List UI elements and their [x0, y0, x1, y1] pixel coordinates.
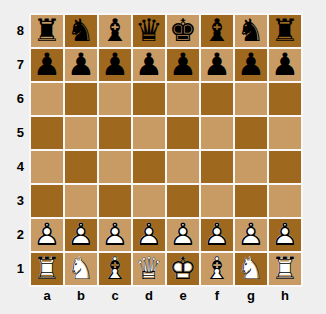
black-pawn[interactable]: ♟: [133, 49, 165, 81]
white-pawn[interactable]: ♟♙: [31, 219, 63, 251]
rank-label-3: 3: [0, 185, 24, 217]
white-queen[interactable]: ♛♕: [133, 253, 165, 285]
white-rook[interactable]: ♜♖: [31, 253, 63, 285]
white-knight[interactable]: ♞♘: [235, 253, 267, 285]
square-b1[interactable]: ♞♘: [65, 253, 97, 285]
square-c5[interactable]: [99, 117, 131, 149]
square-a1[interactable]: ♜♖: [31, 253, 63, 285]
square-h2[interactable]: ♟♙: [269, 219, 301, 251]
square-g4[interactable]: [235, 151, 267, 183]
square-c2[interactable]: ♟♙: [99, 219, 131, 251]
square-f4[interactable]: [201, 151, 233, 183]
black-pawn[interactable]: ♟: [65, 49, 97, 81]
square-d2[interactable]: ♟♙: [133, 219, 165, 251]
black-rook[interactable]: ♜: [31, 15, 63, 47]
file-labels: abcdefgh: [31, 288, 301, 303]
square-h3[interactable]: [269, 185, 301, 217]
white-pawn[interactable]: ♟♙: [167, 219, 199, 251]
black-knight[interactable]: ♞: [65, 15, 97, 47]
white-pawn[interactable]: ♟♙: [99, 219, 131, 251]
square-f6[interactable]: [201, 83, 233, 115]
square-f7[interactable]: ♟: [201, 49, 233, 81]
white-piece-outline-layer: ♙: [269, 219, 301, 251]
square-b4[interactable]: [65, 151, 97, 183]
file-label-h: h: [269, 288, 301, 303]
black-pawn[interactable]: ♟: [269, 49, 301, 81]
chess-board: ♜♞♝♛♚♝♞♜♟♟♟♟♟♟♟♟♟♙♟♙♟♙♟♙♟♙♟♙♟♙♟♙♜♖♞♘♝♗♛♕…: [29, 13, 303, 287]
file-label-b: b: [65, 288, 97, 303]
square-f2[interactable]: ♟♙: [201, 219, 233, 251]
black-rook[interactable]: ♜: [269, 15, 301, 47]
square-g2[interactable]: ♟♙: [235, 219, 267, 251]
white-piece-outline-layer: ♖: [31, 253, 63, 285]
black-knight[interactable]: ♞: [235, 15, 267, 47]
rank-label-1: 1: [0, 253, 24, 285]
file-label-c: c: [99, 288, 131, 303]
rank-labels: 87654321: [0, 15, 24, 285]
square-g8[interactable]: ♞: [235, 15, 267, 47]
square-h7[interactable]: ♟: [269, 49, 301, 81]
square-e1[interactable]: ♚♔: [167, 253, 199, 285]
square-e2[interactable]: ♟♙: [167, 219, 199, 251]
white-pawn[interactable]: ♟♙: [269, 219, 301, 251]
file-label-a: a: [31, 288, 63, 303]
square-g5[interactable]: [235, 117, 267, 149]
square-f8[interactable]: ♝: [201, 15, 233, 47]
file-label-f: f: [201, 288, 233, 303]
square-h4[interactable]: [269, 151, 301, 183]
square-f1[interactable]: ♝♗: [201, 253, 233, 285]
white-pawn[interactable]: ♟♙: [133, 219, 165, 251]
white-piece-outline-layer: ♗: [99, 253, 131, 285]
square-g7[interactable]: ♟: [235, 49, 267, 81]
rank-label-5: 5: [0, 117, 24, 149]
square-f5[interactable]: [201, 117, 233, 149]
rank-label-7: 7: [0, 49, 24, 81]
white-piece-outline-layer: ♕: [133, 253, 165, 285]
square-e8[interactable]: ♚: [167, 15, 199, 47]
square-h5[interactable]: [269, 117, 301, 149]
square-a7[interactable]: ♟: [31, 49, 63, 81]
square-e6[interactable]: [167, 83, 199, 115]
square-c1[interactable]: ♝♗: [99, 253, 131, 285]
black-pawn[interactable]: ♟: [99, 49, 131, 81]
white-bishop[interactable]: ♝♗: [99, 253, 131, 285]
square-d6[interactable]: [133, 83, 165, 115]
square-c6[interactable]: [99, 83, 131, 115]
square-b3[interactable]: [65, 185, 97, 217]
rank-label-2: 2: [0, 219, 24, 251]
white-piece-outline-layer: ♙: [235, 219, 267, 251]
square-h6[interactable]: [269, 83, 301, 115]
white-piece-outline-layer: ♔: [167, 253, 199, 285]
square-a8[interactable]: ♜: [31, 15, 63, 47]
square-a2[interactable]: ♟♙: [31, 219, 63, 251]
square-h1[interactable]: ♜♖: [269, 253, 301, 285]
square-b6[interactable]: [65, 83, 97, 115]
file-label-e: e: [167, 288, 199, 303]
square-b5[interactable]: [65, 117, 97, 149]
square-d5[interactable]: [133, 117, 165, 149]
square-d8[interactable]: ♛: [133, 15, 165, 47]
square-c8[interactable]: ♝: [99, 15, 131, 47]
black-bishop[interactable]: ♝: [201, 15, 233, 47]
file-label-g: g: [235, 288, 267, 303]
white-piece-outline-layer: ♙: [99, 219, 131, 251]
square-a4[interactable]: [31, 151, 63, 183]
square-g6[interactable]: [235, 83, 267, 115]
black-pawn[interactable]: ♟: [31, 49, 63, 81]
rank-label-8: 8: [0, 15, 24, 47]
chess-diagram: 87654321 ♜♞♝♛♚♝♞♜♟♟♟♟♟♟♟♟♟♙♟♙♟♙♟♙♟♙♟♙♟♙♟…: [0, 0, 326, 314]
white-pawn[interactable]: ♟♙: [201, 219, 233, 251]
square-b2[interactable]: ♟♙: [65, 219, 97, 251]
white-rook[interactable]: ♜♖: [269, 253, 301, 285]
black-pawn[interactable]: ♟: [201, 49, 233, 81]
rank-label-4: 4: [0, 151, 24, 183]
white-bishop[interactable]: ♝♗: [201, 253, 233, 285]
square-b8[interactable]: ♞: [65, 15, 97, 47]
square-e7[interactable]: ♟: [167, 49, 199, 81]
white-piece-outline-layer: ♙: [31, 219, 63, 251]
square-h8[interactable]: ♜: [269, 15, 301, 47]
square-a6[interactable]: [31, 83, 63, 115]
white-piece-outline-layer: ♖: [269, 253, 301, 285]
square-b7[interactable]: ♟: [65, 49, 97, 81]
square-c3[interactable]: [99, 185, 131, 217]
square-a3[interactable]: [31, 185, 63, 217]
white-knight[interactable]: ♞♘: [65, 253, 97, 285]
square-c4[interactable]: [99, 151, 131, 183]
file-label-d: d: [133, 288, 165, 303]
white-piece-outline-layer: ♙: [133, 219, 165, 251]
square-d3[interactable]: [133, 185, 165, 217]
black-queen[interactable]: ♛: [133, 15, 165, 47]
square-g1[interactable]: ♞♘: [235, 253, 267, 285]
square-g3[interactable]: [235, 185, 267, 217]
square-d1[interactable]: ♛♕: [133, 253, 165, 285]
black-bishop[interactable]: ♝: [99, 15, 131, 47]
square-e3[interactable]: [167, 185, 199, 217]
white-king[interactable]: ♚♔: [167, 253, 199, 285]
white-piece-outline-layer: ♙: [201, 219, 233, 251]
square-f3[interactable]: [201, 185, 233, 217]
square-e4[interactable]: [167, 151, 199, 183]
white-piece-outline-layer: ♗: [201, 253, 233, 285]
square-a5[interactable]: [31, 117, 63, 149]
white-piece-outline-layer: ♙: [167, 219, 199, 251]
white-pawn[interactable]: ♟♙: [235, 219, 267, 251]
black-king[interactable]: ♚: [167, 15, 199, 47]
rank-label-6: 6: [0, 83, 24, 115]
white-pawn[interactable]: ♟♙: [65, 219, 97, 251]
black-pawn[interactable]: ♟: [235, 49, 267, 81]
white-piece-outline-layer: ♙: [65, 219, 97, 251]
square-c7[interactable]: ♟: [99, 49, 131, 81]
square-d7[interactable]: ♟: [133, 49, 165, 81]
white-piece-outline-layer: ♘: [235, 253, 267, 285]
square-e5[interactable]: [167, 117, 199, 149]
white-piece-outline-layer: ♘: [65, 253, 97, 285]
square-d4[interactable]: [133, 151, 165, 183]
black-pawn[interactable]: ♟: [167, 49, 199, 81]
